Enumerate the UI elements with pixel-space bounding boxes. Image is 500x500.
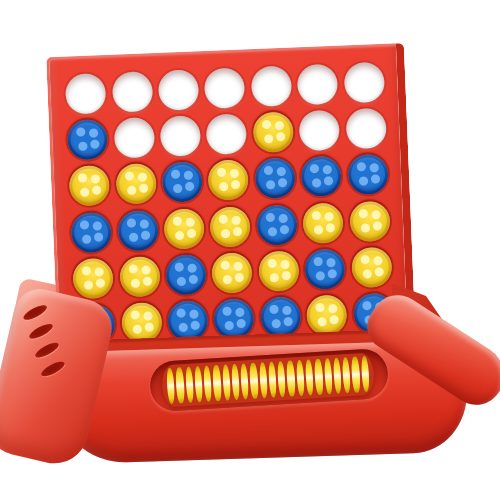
yellow-disc — [69, 165, 111, 207]
empty-hole — [158, 69, 200, 111]
blue-disc — [71, 211, 113, 253]
board-cell-r3c1 — [65, 162, 113, 210]
empty-hole — [299, 110, 341, 152]
board-cell-r3c2 — [112, 160, 160, 208]
board-cell-r4c4 — [206, 203, 254, 251]
yellow-disc — [208, 160, 250, 202]
roller-rib — [333, 358, 342, 394]
roller-rib — [222, 364, 231, 400]
roller-rib — [314, 359, 323, 395]
board-cell-r2c4 — [203, 110, 251, 158]
blue-disc — [301, 156, 343, 198]
board-cell-r5c1 — [69, 254, 117, 302]
yellow-disc — [351, 246, 393, 288]
board-grid — [62, 59, 398, 349]
empty-hole — [160, 115, 202, 157]
board-cell-r3c6 — [297, 153, 345, 201]
board-cell-r5c3 — [162, 251, 210, 299]
blue-disc — [162, 162, 204, 204]
yellow-disc — [252, 112, 294, 154]
roller-rib — [296, 360, 305, 396]
board-cell-r1c7 — [340, 59, 388, 107]
blue-disc — [213, 298, 255, 340]
roller-rib — [323, 358, 332, 394]
roller-rib — [231, 364, 240, 400]
board-cell-r4c6 — [299, 199, 347, 247]
yellow-disc — [258, 250, 300, 292]
board-cell-r4c3 — [160, 204, 208, 252]
board-cell-r2c1 — [64, 116, 112, 164]
board-cell-r4c7 — [346, 197, 394, 245]
roller-rib — [175, 367, 184, 403]
roller-rib — [259, 362, 268, 398]
roller-rib — [212, 365, 221, 401]
connect-four-product-photo — [0, 0, 500, 500]
board-cell-r2c2 — [110, 114, 158, 162]
board-cell-r4c1 — [67, 208, 115, 256]
board-cell-r3c3 — [158, 158, 206, 206]
roller-rib — [305, 359, 314, 395]
board-cell-r2c5 — [249, 108, 297, 156]
roller-rib — [286, 360, 295, 396]
empty-hole — [343, 62, 385, 104]
yellow-disc — [119, 256, 161, 298]
board-cell-r4c5 — [253, 201, 301, 249]
yellow-disc — [115, 163, 157, 205]
yellow-disc — [349, 200, 391, 242]
empty-hole — [297, 64, 339, 106]
yellow-disc — [163, 208, 205, 250]
board-cell-r2c6 — [296, 107, 344, 155]
blue-disc — [254, 158, 296, 200]
board-cell-r2c3 — [156, 112, 204, 160]
blue-disc — [167, 300, 209, 342]
board-cell-r3c5 — [251, 155, 299, 203]
roller-rib — [240, 363, 249, 399]
blue-disc — [260, 296, 302, 338]
roller-rib — [277, 361, 286, 397]
board-cell-r5c5 — [255, 247, 303, 295]
board-cell-r1c1 — [62, 70, 110, 118]
roller-rib — [194, 366, 203, 402]
blue-disc — [165, 254, 207, 296]
empty-hole — [111, 71, 153, 113]
vent-slot — [27, 321, 54, 341]
roller-rib — [185, 367, 194, 403]
yellow-disc — [303, 202, 345, 244]
empty-hole — [251, 66, 293, 108]
board-cell-r1c5 — [247, 62, 295, 110]
roller-rib — [342, 357, 351, 393]
roller-rib — [351, 356, 360, 392]
board-cell-r5c4 — [208, 249, 256, 297]
roller-rib — [203, 365, 212, 401]
blue-disc — [67, 119, 109, 161]
empty-hole — [113, 117, 155, 159]
empty-hole — [206, 114, 248, 156]
vent-slot — [39, 359, 66, 379]
blue-disc — [347, 154, 389, 196]
blue-disc — [117, 210, 159, 252]
roller-rib — [268, 362, 277, 398]
roller-rib — [249, 363, 258, 399]
empty-hole — [65, 73, 107, 115]
vent-slot — [33, 340, 60, 360]
board-cell-r1c4 — [201, 64, 249, 112]
board-cell-r2c7 — [342, 105, 390, 153]
empty-hole — [204, 67, 246, 109]
board-cell-r3c4 — [205, 156, 253, 204]
board-cell-r1c6 — [294, 61, 342, 109]
blue-disc — [256, 204, 298, 246]
yellow-disc — [72, 258, 114, 300]
vent-slot — [22, 302, 49, 322]
yellow-disc — [210, 206, 252, 248]
board-cell-r3c7 — [344, 151, 392, 199]
board-cell-r5c7 — [347, 243, 395, 291]
board-cell-r5c2 — [116, 252, 164, 300]
yellow-disc — [212, 252, 254, 294]
yellow-disc — [306, 294, 348, 336]
board-cell-r5c6 — [301, 245, 349, 293]
roller-rib — [360, 356, 369, 392]
empty-hole — [345, 108, 387, 150]
board-cell-r1c3 — [154, 66, 202, 114]
roller-rib — [166, 368, 175, 404]
board-cell-r4c2 — [114, 206, 162, 254]
board-cell-r1c2 — [108, 68, 156, 116]
blue-disc — [304, 248, 346, 290]
